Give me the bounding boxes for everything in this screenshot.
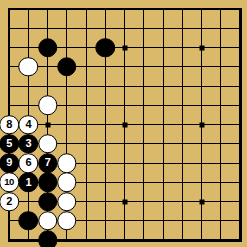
stone-white[interactable] — [38, 211, 58, 231]
stone-white-move-2[interactable]: 2 — [0, 192, 19, 212]
move-number: 3 — [25, 138, 31, 149]
stone-black[interactable] — [96, 38, 116, 58]
grid-line — [143, 9, 144, 240]
stone-black-move-9[interactable]: 9 — [0, 153, 19, 173]
stone-white[interactable] — [57, 211, 77, 231]
stone-black[interactable] — [38, 230, 58, 247]
stone-white-move-6[interactable]: 6 — [19, 153, 39, 173]
stone-black-move-5[interactable]: 5 — [0, 134, 19, 154]
move-number: 6 — [25, 158, 31, 169]
move-number: 4 — [25, 119, 31, 130]
move-number: 7 — [45, 158, 51, 169]
stone-black-move-3[interactable]: 3 — [19, 134, 39, 154]
go-board[interactable]: 12345678910 — [0, 0, 247, 247]
stone-black[interactable] — [57, 57, 77, 77]
move-number: 10 — [4, 178, 14, 188]
star-point — [122, 122, 127, 127]
stone-white[interactable] — [19, 57, 39, 77]
grid-line — [163, 9, 164, 240]
stone-white-move-4[interactable]: 4 — [19, 115, 39, 135]
stone-black[interactable] — [38, 192, 58, 212]
stone-black[interactable] — [38, 38, 58, 58]
stone-white[interactable] — [57, 173, 77, 193]
star-point — [122, 199, 127, 204]
go-diagram: 12345678910 — [0, 0, 247, 247]
move-number: 2 — [6, 196, 12, 207]
stone-black-move-7[interactable]: 7 — [38, 153, 58, 173]
move-number: 8 — [6, 119, 12, 130]
stone-white[interactable] — [57, 153, 77, 173]
stone-white[interactable] — [38, 134, 58, 154]
move-number: 9 — [6, 158, 12, 169]
stone-black[interactable] — [19, 211, 39, 231]
move-number: 5 — [6, 138, 12, 149]
star-point — [199, 199, 204, 204]
grid-line — [220, 9, 221, 240]
move-number: 1 — [25, 177, 31, 188]
grid-line — [182, 9, 183, 240]
star-point — [122, 45, 127, 50]
star-point — [45, 122, 50, 127]
stone-black-move-1[interactable]: 1 — [19, 173, 39, 193]
stone-white[interactable] — [38, 96, 58, 116]
stone-white-move-8[interactable]: 8 — [0, 115, 19, 135]
stone-white-move-10[interactable]: 10 — [0, 173, 19, 193]
star-point — [199, 45, 204, 50]
stone-white[interactable] — [57, 192, 77, 212]
star-point — [199, 122, 204, 127]
stone-black[interactable] — [38, 173, 58, 193]
